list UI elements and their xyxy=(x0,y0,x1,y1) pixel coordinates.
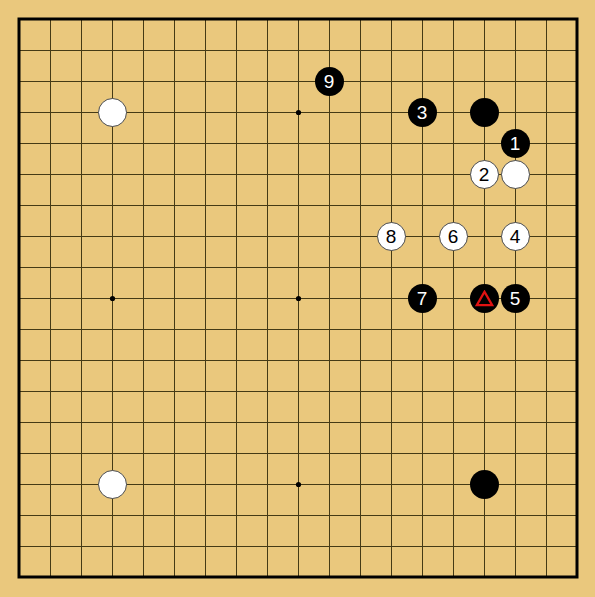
move-number-label: 1 xyxy=(510,133,521,152)
move-number-label: 8 xyxy=(386,226,397,245)
move-number-label: 5 xyxy=(510,288,521,307)
move-number-label: 9 xyxy=(324,71,335,90)
stone-black-Q16 xyxy=(470,98,499,127)
move-number-label: 2 xyxy=(479,164,490,183)
move-number-label: 6 xyxy=(448,226,459,245)
go-board: 123456789 xyxy=(4,4,593,593)
stone-black-O16: 3 xyxy=(408,98,437,127)
stone-black-R15: 1 xyxy=(501,129,530,158)
move-number-label: 4 xyxy=(510,226,521,245)
stone-white-N12: 8 xyxy=(377,222,406,251)
triangle-mark-icon xyxy=(475,290,494,307)
go-board-diagram: 123456789 xyxy=(0,0,595,597)
stone-black-R10: 5 xyxy=(501,284,530,313)
move-number-label: 7 xyxy=(417,288,428,307)
stone-white-P12: 6 xyxy=(439,222,468,251)
stone-white-Q14: 2 xyxy=(470,160,499,189)
stone-white-R12: 4 xyxy=(501,222,530,251)
stone-black-L17: 9 xyxy=(315,67,344,96)
stone-black-Q10 xyxy=(470,284,499,313)
stone-white-D16 xyxy=(98,98,127,127)
stone-black-Q4 xyxy=(470,470,499,499)
move-number-label: 3 xyxy=(417,102,428,121)
stone-white-D4 xyxy=(98,470,127,499)
stone-black-O10: 7 xyxy=(408,284,437,313)
stone-white-R14 xyxy=(501,160,530,189)
